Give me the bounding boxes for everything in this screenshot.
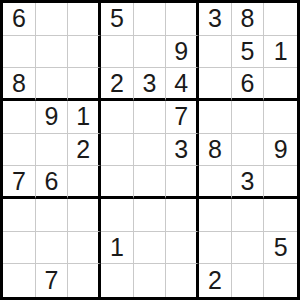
cell-r8c1[interactable] <box>3 232 36 265</box>
cell-r1c9[interactable] <box>264 3 297 36</box>
cell-r6c8[interactable]: 3 <box>232 166 265 199</box>
cell-r5c3[interactable]: 2 <box>68 134 101 167</box>
cell-r8c4[interactable]: 1 <box>101 232 134 265</box>
cell-r2c8[interactable]: 5 <box>232 36 265 69</box>
cell-r6c5[interactable] <box>134 166 167 199</box>
cell-r7c3[interactable] <box>68 199 101 232</box>
cell-r4c4[interactable] <box>101 101 134 134</box>
cell-r3c2[interactable] <box>36 68 69 101</box>
sudoku-puzzle: 65389518234691723897631572 <box>0 0 300 300</box>
cell-r9c9[interactable] <box>264 264 297 297</box>
cell-r7c7[interactable] <box>199 199 232 232</box>
cell-r8c2[interactable] <box>36 232 69 265</box>
cell-r1c6[interactable] <box>166 3 199 36</box>
cell-r6c9[interactable] <box>264 166 297 199</box>
cell-r4c7[interactable] <box>199 101 232 134</box>
cell-r4c5[interactable] <box>134 101 167 134</box>
cell-r1c7[interactable]: 3 <box>199 3 232 36</box>
cell-r6c7[interactable] <box>199 166 232 199</box>
cell-r8c7[interactable] <box>199 232 232 265</box>
cell-r2c4[interactable] <box>101 36 134 69</box>
cell-r2c3[interactable] <box>68 36 101 69</box>
cell-r8c5[interactable] <box>134 232 167 265</box>
cell-r4c1[interactable] <box>3 101 36 134</box>
cell-r9c1[interactable] <box>3 264 36 297</box>
cell-r5c5[interactable] <box>134 134 167 167</box>
cell-r2c1[interactable] <box>3 36 36 69</box>
cell-r1c3[interactable] <box>68 3 101 36</box>
cell-r8c3[interactable] <box>68 232 101 265</box>
cell-r7c1[interactable] <box>3 199 36 232</box>
cell-r7c6[interactable] <box>166 199 199 232</box>
cell-r2c6[interactable]: 9 <box>166 36 199 69</box>
cell-r3c3[interactable] <box>68 68 101 101</box>
cell-r6c2[interactable]: 6 <box>36 166 69 199</box>
cell-r3c4[interactable]: 2 <box>101 68 134 101</box>
cell-r6c6[interactable] <box>166 166 199 199</box>
cell-r9c8[interactable] <box>232 264 265 297</box>
cell-r5c4[interactable] <box>101 134 134 167</box>
cell-r4c2[interactable]: 9 <box>36 101 69 134</box>
cell-r7c4[interactable] <box>101 199 134 232</box>
cell-r6c3[interactable] <box>68 166 101 199</box>
cell-r7c9[interactable] <box>264 199 297 232</box>
cell-r8c8[interactable] <box>232 232 265 265</box>
cell-r1c1[interactable]: 6 <box>3 3 36 36</box>
cell-r7c2[interactable] <box>36 199 69 232</box>
cell-r9c4[interactable] <box>101 264 134 297</box>
cell-r9c2[interactable]: 7 <box>36 264 69 297</box>
cell-r3c9[interactable] <box>264 68 297 101</box>
cell-r3c5[interactable]: 3 <box>134 68 167 101</box>
cell-r3c7[interactable] <box>199 68 232 101</box>
cell-r2c2[interactable] <box>36 36 69 69</box>
cell-r5c7[interactable]: 8 <box>199 134 232 167</box>
cell-r3c8[interactable]: 6 <box>232 68 265 101</box>
cell-r4c9[interactable] <box>264 101 297 134</box>
cell-r2c5[interactable] <box>134 36 167 69</box>
cell-r8c9[interactable]: 5 <box>264 232 297 265</box>
sudoku-board: 65389518234691723897631572 <box>0 0 300 300</box>
cell-r6c4[interactable] <box>101 166 134 199</box>
cell-r1c8[interactable]: 8 <box>232 3 265 36</box>
cell-r9c3[interactable] <box>68 264 101 297</box>
cell-r9c7[interactable]: 2 <box>199 264 232 297</box>
cell-r7c5[interactable] <box>134 199 167 232</box>
cell-r1c2[interactable] <box>36 3 69 36</box>
cell-r3c1[interactable]: 8 <box>3 68 36 101</box>
cell-r4c8[interactable] <box>232 101 265 134</box>
cell-r2c9[interactable]: 1 <box>264 36 297 69</box>
cell-r3c6[interactable]: 4 <box>166 68 199 101</box>
cell-r9c6[interactable] <box>166 264 199 297</box>
cell-r5c2[interactable] <box>36 134 69 167</box>
cell-r8c6[interactable] <box>166 232 199 265</box>
cell-r9c5[interactable] <box>134 264 167 297</box>
cell-r5c6[interactable]: 3 <box>166 134 199 167</box>
cell-r5c1[interactable] <box>3 134 36 167</box>
cell-r1c5[interactable] <box>134 3 167 36</box>
cell-r5c9[interactable]: 9 <box>264 134 297 167</box>
cell-r4c6[interactable]: 7 <box>166 101 199 134</box>
cell-r6c1[interactable]: 7 <box>3 166 36 199</box>
cell-r5c8[interactable] <box>232 134 265 167</box>
cell-r4c3[interactable]: 1 <box>68 101 101 134</box>
cell-r7c8[interactable] <box>232 199 265 232</box>
cell-r1c4[interactable]: 5 <box>101 3 134 36</box>
cell-r2c7[interactable] <box>199 36 232 69</box>
